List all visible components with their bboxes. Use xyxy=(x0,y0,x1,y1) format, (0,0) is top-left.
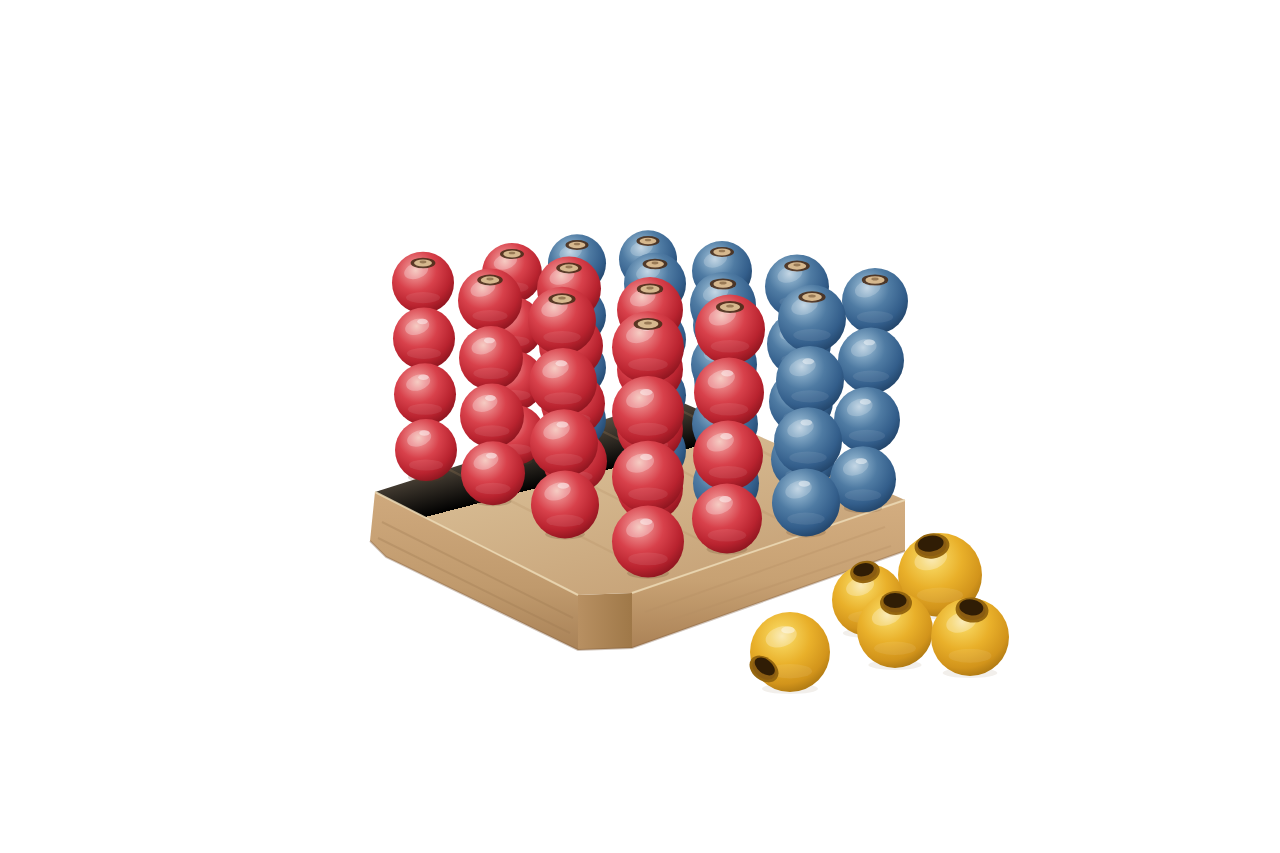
red-bead xyxy=(692,484,762,554)
red-bead xyxy=(395,419,457,481)
bead-sheen xyxy=(628,358,668,371)
peg-hole-center xyxy=(486,278,493,281)
bead-sheen xyxy=(545,453,582,465)
red-bead xyxy=(461,441,525,505)
bead-sheen xyxy=(849,430,885,442)
peg-hole-center xyxy=(726,304,734,307)
red-bead xyxy=(459,326,523,390)
bead-sheen xyxy=(543,331,580,343)
bead-sheen xyxy=(472,310,507,322)
peg-hole-center xyxy=(719,250,726,253)
peg-hole-center xyxy=(871,278,878,281)
peg-hole-center xyxy=(558,296,565,299)
bead-sheen xyxy=(709,466,748,479)
board-corner-chamfer-face xyxy=(578,593,632,650)
red-bead xyxy=(394,363,456,425)
bead-specular xyxy=(418,374,429,380)
bead-specular xyxy=(485,395,496,401)
peg-hole-center xyxy=(565,266,572,269)
bead-specular xyxy=(721,370,733,376)
red-bead xyxy=(694,358,764,428)
peg-hole-center xyxy=(652,262,659,265)
red-bead xyxy=(393,308,455,370)
bead-sheen xyxy=(857,311,893,323)
blue-bead xyxy=(772,468,840,536)
bead-sheen xyxy=(408,404,442,415)
bead-specular xyxy=(799,481,811,487)
bead-sheen xyxy=(544,392,581,404)
bead-sheen xyxy=(917,588,963,603)
red-bead xyxy=(612,506,684,578)
peg-hole-center xyxy=(646,287,653,290)
bead-specular xyxy=(860,399,871,405)
bead-sheen xyxy=(708,529,747,542)
bead-specular xyxy=(486,453,497,459)
peg-hole-center xyxy=(719,282,726,285)
bead-specular xyxy=(556,360,568,366)
red-bead xyxy=(530,409,598,477)
bead-sheen xyxy=(789,451,826,463)
bead-sheen xyxy=(845,489,881,501)
bead-sheen xyxy=(793,329,830,341)
bead-sheen xyxy=(406,292,440,303)
bead-specular xyxy=(781,626,795,633)
peg-hole-center xyxy=(420,261,427,264)
red-bead xyxy=(612,441,684,513)
bead-specular xyxy=(640,389,652,395)
bead-specular xyxy=(719,496,731,502)
bead-sheen xyxy=(949,649,992,663)
red-bead xyxy=(460,384,524,448)
bead-sheen xyxy=(474,425,509,437)
bead-specular xyxy=(419,430,430,436)
bead-sheen xyxy=(473,368,508,380)
bead-specular xyxy=(803,358,815,364)
red-bead xyxy=(531,470,599,538)
score-four-game-photo xyxy=(0,0,1280,853)
bead-specular xyxy=(801,419,813,425)
bead-sheen xyxy=(475,483,510,495)
bead-hole-opening xyxy=(884,593,907,608)
product-photo-stage xyxy=(0,0,1280,853)
bead-sheen xyxy=(710,403,749,416)
bead-specular xyxy=(856,458,867,464)
bead-specular xyxy=(484,338,495,344)
blue-bead xyxy=(776,346,844,414)
red-bead xyxy=(612,376,684,448)
bead-sheen xyxy=(787,513,824,525)
peg-hole-center xyxy=(574,243,580,246)
bead-sheen xyxy=(407,348,441,359)
bead-specular xyxy=(720,433,732,439)
loose-yellow-bead[interactable] xyxy=(744,612,830,694)
bead-specular xyxy=(864,339,875,345)
blue-bead xyxy=(774,407,842,475)
bead-sheen xyxy=(853,370,889,382)
peg-hole-center xyxy=(644,321,652,324)
bead-specular xyxy=(557,421,569,427)
bead-sheen xyxy=(628,552,668,565)
peg-stack-r0c0-red[interactable] xyxy=(392,252,457,482)
bead-specular xyxy=(640,519,652,525)
bead-sheen xyxy=(409,459,443,470)
peg-hole-center xyxy=(509,252,516,255)
bead-sheen xyxy=(791,390,828,402)
red-bead xyxy=(693,421,763,491)
bead-sheen xyxy=(628,423,668,436)
bead-sheen xyxy=(711,340,750,353)
blue-bead xyxy=(838,328,904,394)
bead-sheen xyxy=(874,641,916,655)
peg-hole-center xyxy=(808,294,815,297)
bead-sheen xyxy=(546,515,583,527)
peg-hole-center xyxy=(645,239,651,242)
blue-bead xyxy=(834,387,900,453)
peg-hole-center xyxy=(793,264,800,267)
bead-specular xyxy=(558,483,570,489)
bead-specular xyxy=(640,454,652,460)
red-bead xyxy=(529,348,597,416)
bead-specular xyxy=(417,319,428,325)
bead-sheen xyxy=(628,488,668,501)
